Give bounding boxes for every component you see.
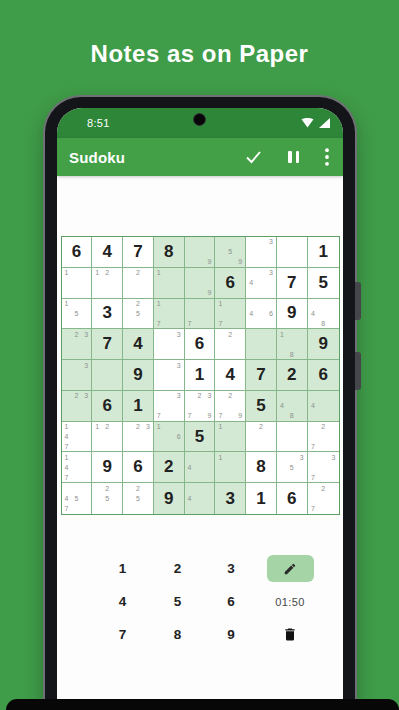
- cell-value: 9: [154, 483, 184, 514]
- pencil-note: 9: [204, 257, 214, 267]
- cell-r2c1[interactable]: 1: [62, 268, 93, 299]
- cell-r3c9[interactable]: 48: [308, 299, 339, 330]
- erase-button[interactable]: [282, 626, 298, 643]
- pencil-note: 4: [246, 278, 256, 288]
- pencil-note: 1: [62, 422, 72, 432]
- pencil-note: 5: [133, 308, 143, 318]
- pencil-note: 9: [235, 257, 245, 267]
- pencil-note: 4: [62, 432, 72, 442]
- cell-r9c9[interactable]: 27: [308, 483, 339, 514]
- pencil-note: 7: [62, 504, 72, 514]
- pause-icon[interactable]: [288, 151, 299, 163]
- cell-r9c1[interactable]: 457: [62, 483, 93, 514]
- cell-value: 2: [277, 360, 307, 390]
- cell-value: 6: [185, 329, 215, 359]
- cell-r1c9[interactable]: 1: [308, 237, 339, 268]
- pencil-mode-button[interactable]: [267, 555, 314, 582]
- pencil-note: 2: [318, 483, 328, 493]
- pencil-note: 7: [308, 472, 318, 482]
- cell-r7c4[interactable]: 16: [154, 422, 185, 453]
- pencil-note: 4: [62, 493, 72, 503]
- cell-r8c1[interactable]: 147: [62, 452, 93, 483]
- pencil-note: 1: [215, 299, 225, 309]
- pencil-note: 2: [256, 422, 266, 432]
- app-title: Sudoku: [69, 149, 125, 166]
- cell-value: 9: [123, 360, 153, 390]
- numpad-9[interactable]: 9: [227, 627, 235, 642]
- cell-r5c8[interactable]: 2: [277, 360, 308, 391]
- wifi-icon: [301, 118, 314, 128]
- numpad-4[interactable]: 4: [119, 594, 127, 609]
- cell-value: 3: [92, 299, 122, 329]
- cell-value: 6: [277, 483, 307, 514]
- pencil-icon: [283, 562, 297, 576]
- pencil-note: 3: [297, 452, 307, 462]
- volume-button: [355, 282, 361, 320]
- cell-value: 7: [277, 268, 307, 298]
- pencil-note: 9: [235, 411, 245, 421]
- cell-value: 6: [92, 391, 122, 421]
- cell-r2c2[interactable]: 12: [92, 268, 123, 299]
- game-area: 6478959311122196347515325177174694823743…: [57, 176, 343, 710]
- cell-r4c7[interactable]: [246, 329, 277, 360]
- cell-value: 7: [92, 329, 122, 359]
- pencil-note: 1: [92, 268, 102, 278]
- sudoku-board: 6478959311122196347515325177174694823743…: [61, 236, 340, 515]
- cell-r1c2[interactable]: 4: [92, 237, 123, 268]
- pencil-note: 2: [71, 391, 81, 401]
- cell-r9c4[interactable]: 9: [154, 483, 185, 514]
- cell-r7c9[interactable]: 27: [308, 422, 339, 453]
- cell-value: 1: [308, 237, 339, 267]
- cell-r1c3[interactable]: 7: [123, 237, 154, 268]
- trash-icon: [282, 626, 298, 643]
- pencil-note: 1: [215, 452, 225, 462]
- cell-r6c9[interactable]: 4: [308, 391, 339, 422]
- pencil-note: 2: [225, 329, 235, 339]
- pencil-note: 3: [143, 422, 153, 432]
- pencil-note: 2: [102, 268, 112, 278]
- cell-r6c4[interactable]: 37: [154, 391, 185, 422]
- phone-frame: 8:51 Sudoku: [45, 97, 355, 710]
- pencil-note: 5: [225, 247, 235, 257]
- cell-r5c4[interactable]: 3: [154, 360, 185, 391]
- cell-r3c3[interactable]: 25: [123, 299, 154, 330]
- cell-r5c6[interactable]: 4: [215, 360, 246, 391]
- status-icons: [301, 118, 330, 128]
- cell-r1c6[interactable]: 59: [215, 237, 246, 268]
- pencil-note: 3: [81, 391, 91, 401]
- numpad-8[interactable]: 8: [174, 627, 182, 642]
- pencil-note: 2: [225, 391, 235, 401]
- pencil-note: 1: [154, 422, 164, 432]
- pencil-note: 3: [81, 329, 91, 339]
- pencil-note: 4: [185, 462, 195, 472]
- camera-punch-hole: [193, 113, 206, 126]
- pencil-note: 1: [154, 268, 164, 278]
- cell-r8c7[interactable]: 8: [246, 452, 277, 483]
- cell-r7c5[interactable]: 5: [185, 422, 216, 453]
- cell-r5c5[interactable]: 1: [185, 360, 216, 391]
- cell-r8c9[interactable]: 37: [308, 452, 339, 483]
- cell-r4c3[interactable]: 4: [123, 329, 154, 360]
- cell-value: 7: [246, 360, 276, 390]
- cell-r8c2[interactable]: 9: [92, 452, 123, 483]
- pencil-note: 7: [62, 472, 72, 482]
- cell-r1c5[interactable]: 9: [185, 237, 216, 268]
- cell-r6c8[interactable]: 48: [277, 391, 308, 422]
- pencil-note: 9: [204, 288, 214, 298]
- pencil-note: 2: [195, 391, 205, 401]
- cell-r3c8[interactable]: 9: [277, 299, 308, 330]
- cell-r1c7[interactable]: 3: [246, 237, 277, 268]
- status-time: 8:51: [87, 117, 110, 129]
- pencil-note: 7: [185, 318, 195, 328]
- cell-value: 7: [123, 237, 153, 267]
- cell-r3c4[interactable]: 17: [154, 299, 185, 330]
- pencil-note: 7: [308, 442, 318, 452]
- cell-value: 9: [277, 299, 307, 329]
- cell-r3c1[interactable]: 15: [62, 299, 93, 330]
- pencil-note: 3: [81, 360, 91, 370]
- cell-value: 8: [246, 452, 276, 482]
- cell-r5c2[interactable]: [92, 360, 123, 391]
- pencil-note: 7: [215, 318, 225, 328]
- cell-value: 5: [246, 391, 276, 421]
- cell-r6c7[interactable]: 5: [246, 391, 277, 422]
- cell-r2c9[interactable]: 5: [308, 268, 339, 299]
- cell-r1c8[interactable]: [277, 237, 308, 268]
- numpad-7[interactable]: 7: [119, 627, 127, 642]
- pencil-note: 3: [174, 391, 184, 401]
- pencil-note: 1: [215, 422, 225, 432]
- cell-r7c6[interactable]: 1: [215, 422, 246, 453]
- cell-value: 1: [123, 391, 153, 421]
- pencil-note: 7: [154, 318, 164, 328]
- cell-r3c2[interactable]: 3: [92, 299, 123, 330]
- power-button: [355, 352, 361, 390]
- cell-value: 4: [123, 329, 153, 359]
- bottom-black-bar: [6, 699, 399, 710]
- hero-title: Notes as on Paper: [0, 40, 399, 68]
- pencil-note: 4: [308, 308, 318, 318]
- pencil-note: 1: [154, 299, 164, 309]
- pencil-note: 4: [62, 462, 72, 472]
- cell-value: 5: [308, 268, 339, 298]
- cell-r4c6[interactable]: 2: [215, 329, 246, 360]
- cell-value: 6: [215, 268, 245, 298]
- pencil-note: 2: [102, 422, 112, 432]
- cell-r3c7[interactable]: 46: [246, 299, 277, 330]
- pencil-note: 2: [133, 483, 143, 493]
- pencil-note: 3: [174, 360, 184, 370]
- cell-r8c4[interactable]: 2: [154, 452, 185, 483]
- cell-r9c7[interactable]: 1: [246, 483, 277, 514]
- pencil-note: 3: [174, 329, 184, 339]
- overflow-menu-icon[interactable]: [325, 148, 329, 166]
- cell-r9c3[interactable]: 25: [123, 483, 154, 514]
- cell-r6c5[interactable]: 2379: [185, 391, 216, 422]
- pencil-note: 4: [185, 493, 195, 503]
- cell-r5c9[interactable]: 6: [308, 360, 339, 391]
- cell-value: 4: [92, 237, 122, 267]
- cell-value: 4: [215, 360, 245, 390]
- pencil-note: 6: [174, 432, 184, 442]
- cell-r6c1[interactable]: 23: [62, 391, 93, 422]
- cell-r7c8[interactable]: [277, 422, 308, 453]
- pencil-note: 2: [133, 422, 143, 432]
- cell-value: 2: [154, 452, 184, 482]
- cell-value: 5: [185, 422, 215, 452]
- pencil-note: 1: [62, 268, 72, 278]
- numpad-5[interactable]: 5: [174, 594, 182, 609]
- pencil-note: 7: [62, 442, 72, 452]
- cell-r8c3[interactable]: 6: [123, 452, 154, 483]
- pencil-note: 2: [102, 483, 112, 493]
- numpad-3[interactable]: 3: [227, 561, 235, 576]
- pencil-note: 1: [277, 329, 287, 339]
- cell-r5c7[interactable]: 7: [246, 360, 277, 391]
- pencil-note: 1: [92, 422, 102, 432]
- numpad-2[interactable]: 2: [174, 561, 182, 576]
- pencil-note: 5: [71, 308, 81, 318]
- cell-r9c2[interactable]: 25: [92, 483, 123, 514]
- cell-value: 9: [92, 452, 122, 482]
- cell-r7c3[interactable]: 23: [123, 422, 154, 453]
- cell-value: 3: [215, 483, 245, 514]
- pencil-note: 2: [71, 329, 81, 339]
- pencil-note: 7: [154, 411, 164, 421]
- app-bar: Sudoku: [57, 138, 343, 176]
- pencil-note: 7: [308, 504, 318, 514]
- cell-r4c8[interactable]: 18: [277, 329, 308, 360]
- cell-r8c8[interactable]: 35: [277, 452, 308, 483]
- pencil-note: 5: [71, 493, 81, 503]
- cell-r7c2[interactable]: 12: [92, 422, 123, 453]
- cell-r9c6[interactable]: 3: [215, 483, 246, 514]
- cell-r4c2[interactable]: 7: [92, 329, 123, 360]
- cell-r5c1[interactable]: 3: [62, 360, 93, 391]
- appbar-actions: [245, 148, 329, 166]
- cell-r6c6[interactable]: 279: [215, 391, 246, 422]
- cell-value: 1: [185, 360, 215, 390]
- pencil-note: 9: [204, 411, 214, 421]
- cell-r4c4[interactable]: 3: [154, 329, 185, 360]
- pencil-note: 8: [287, 411, 297, 421]
- cell-r1c1[interactable]: 6: [62, 237, 93, 268]
- cell-r7c1[interactable]: 147: [62, 422, 93, 453]
- cell-r2c7[interactable]: 34: [246, 268, 277, 299]
- cell-r6c3[interactable]: 1: [123, 391, 154, 422]
- cell-value: 8: [154, 237, 184, 267]
- pencil-note: 2: [133, 299, 143, 309]
- pencil-note: 1: [62, 299, 72, 309]
- cell-r9c5[interactable]: 4: [185, 483, 216, 514]
- pencil-note: 7: [215, 411, 225, 421]
- cell-r4c5[interactable]: 6: [185, 329, 216, 360]
- cellular-signal-icon: [319, 118, 330, 128]
- cell-value: 1: [246, 483, 276, 514]
- pencil-note: 4: [277, 401, 287, 411]
- pencil-note: 1: [62, 452, 72, 462]
- pencil-note: 7: [185, 411, 195, 421]
- cell-r2c8[interactable]: 7: [277, 268, 308, 299]
- pencil-note: 5: [133, 493, 143, 503]
- cell-r3c5[interactable]: 7: [185, 299, 216, 330]
- pencil-note: 8: [318, 318, 328, 328]
- pencil-note: 4: [308, 401, 318, 411]
- status-bar: 8:51: [57, 108, 343, 138]
- cell-r2c3[interactable]: 2: [123, 268, 154, 299]
- pencil-note: 8: [287, 349, 297, 359]
- pencil-note: 4: [246, 308, 256, 318]
- pencil-note: 3: [266, 237, 276, 247]
- cell-r3c6[interactable]: 17: [215, 299, 246, 330]
- cell-r4c9[interactable]: 9: [308, 329, 339, 360]
- number-pad: 1 2 3 4 5 6 01:50 7 8 9: [95, 552, 343, 651]
- pencil-note: 3: [328, 452, 338, 462]
- cell-r2c6[interactable]: 6: [215, 268, 246, 299]
- cell-r2c4[interactable]: 1: [154, 268, 185, 299]
- pencil-note: 3: [266, 268, 276, 278]
- cell-r5c3[interactable]: 9: [123, 360, 154, 391]
- pencil-note: 5: [102, 493, 112, 503]
- cell-value: 6: [308, 360, 339, 390]
- pencil-note: 5: [287, 462, 297, 472]
- cell-r4c1[interactable]: 23: [62, 329, 93, 360]
- cell-r2c5[interactable]: 9: [185, 268, 216, 299]
- numpad-1[interactable]: 1: [119, 561, 127, 576]
- cell-r1c4[interactable]: 8: [154, 237, 185, 268]
- numpad-6[interactable]: 6: [227, 594, 235, 609]
- cell-r9c8[interactable]: 6: [277, 483, 308, 514]
- pencil-note: 6: [266, 308, 276, 318]
- cell-r8c6[interactable]: 1: [215, 452, 246, 483]
- cell-value: 6: [62, 237, 92, 267]
- pencil-note: 3: [204, 391, 214, 401]
- pencil-note: 2: [318, 422, 328, 432]
- phone-screen: 8:51 Sudoku: [57, 108, 343, 710]
- cell-value: 9: [308, 329, 339, 359]
- cell-value: 6: [123, 452, 153, 482]
- timer: 01:50: [275, 596, 305, 608]
- cell-r8c5[interactable]: 4: [185, 452, 216, 483]
- check-icon[interactable]: [245, 150, 262, 164]
- pencil-note: 2: [133, 268, 143, 278]
- cell-r7c7[interactable]: 2: [246, 422, 277, 453]
- cell-r6c2[interactable]: 6: [92, 391, 123, 422]
